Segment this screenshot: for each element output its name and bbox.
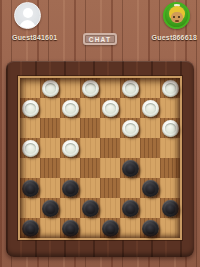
checker-piece-dark[interactable] xyxy=(42,200,59,217)
checker-piece-dark[interactable] xyxy=(82,200,99,217)
person-silhouette-icon xyxy=(23,8,33,18)
board-square xyxy=(20,118,40,138)
app-root: Guest841601 CHAT Guest866618 xyxy=(0,0,200,267)
board-square xyxy=(80,98,100,118)
board-square xyxy=(120,218,140,238)
checker-piece-dark[interactable] xyxy=(22,180,39,197)
board-square xyxy=(60,78,80,98)
board-square[interactable] xyxy=(140,98,160,118)
board-square xyxy=(100,78,120,98)
board-square[interactable] xyxy=(40,198,60,218)
player-right-avatar[interactable] xyxy=(163,2,190,29)
board-square xyxy=(60,158,80,178)
board-square[interactable] xyxy=(120,118,140,138)
board-square[interactable] xyxy=(100,138,120,158)
board-square xyxy=(100,158,120,178)
board-square[interactable] xyxy=(100,178,120,198)
checker-piece-dark[interactable] xyxy=(122,200,139,217)
checker-piece-dark[interactable] xyxy=(102,220,119,237)
checker-piece-white[interactable] xyxy=(162,80,179,97)
checker-piece-white[interactable] xyxy=(82,80,99,97)
board-square[interactable] xyxy=(60,178,80,198)
board-square[interactable] xyxy=(20,138,40,158)
avatar-eye-left xyxy=(173,16,175,18)
board-square xyxy=(160,178,180,198)
board-square[interactable] xyxy=(100,98,120,118)
board-grid xyxy=(20,78,180,238)
board-square xyxy=(20,78,40,98)
board-square xyxy=(20,158,40,178)
board-square[interactable] xyxy=(80,118,100,138)
board-square xyxy=(160,138,180,158)
board-square xyxy=(140,158,160,178)
avatar-face xyxy=(171,12,183,23)
checker-piece-white[interactable] xyxy=(102,100,119,117)
chat-button[interactable]: CHAT xyxy=(83,33,117,45)
board-square[interactable] xyxy=(120,158,140,178)
board-square xyxy=(40,98,60,118)
board-square xyxy=(80,218,100,238)
board-square[interactable] xyxy=(140,138,160,158)
board-square xyxy=(80,178,100,198)
checker-piece-dark[interactable] xyxy=(162,200,179,217)
board-square[interactable] xyxy=(120,78,140,98)
checker-piece-dark[interactable] xyxy=(62,220,79,237)
board-square xyxy=(100,118,120,138)
board-square[interactable] xyxy=(40,118,60,138)
board-square xyxy=(120,178,140,198)
board-square xyxy=(140,78,160,98)
checker-piece-dark[interactable] xyxy=(122,160,139,177)
board-square[interactable] xyxy=(80,198,100,218)
board-square[interactable] xyxy=(160,118,180,138)
board-square[interactable] xyxy=(20,178,40,198)
board-square[interactable] xyxy=(160,158,180,178)
board-square xyxy=(40,218,60,238)
player-right-name: Guest866618 xyxy=(152,34,197,41)
person-silhouette-body xyxy=(19,20,36,29)
board-frame xyxy=(6,61,194,257)
checker-piece-white[interactable] xyxy=(42,80,59,97)
board-square[interactable] xyxy=(80,158,100,178)
board-square[interactable] xyxy=(60,138,80,158)
board-square[interactable] xyxy=(160,78,180,98)
board-square[interactable] xyxy=(160,198,180,218)
board-square[interactable] xyxy=(80,78,100,98)
board-square[interactable] xyxy=(40,158,60,178)
checker-piece-white[interactable] xyxy=(122,120,139,137)
board-square xyxy=(160,98,180,118)
board-square[interactable] xyxy=(60,98,80,118)
avatar-mouth xyxy=(175,20,179,22)
board-square xyxy=(40,178,60,198)
board-square[interactable] xyxy=(20,218,40,238)
board-square xyxy=(80,138,100,158)
board-square xyxy=(60,118,80,138)
board-square[interactable] xyxy=(120,198,140,218)
board-square[interactable] xyxy=(20,98,40,118)
board-square[interactable] xyxy=(140,178,160,198)
board-square xyxy=(120,98,140,118)
board-square[interactable] xyxy=(60,218,80,238)
player-left-name: Guest841601 xyxy=(12,34,57,41)
checker-piece-dark[interactable] xyxy=(142,220,159,237)
board-square xyxy=(160,218,180,238)
board-square xyxy=(40,138,60,158)
checker-piece-dark[interactable] xyxy=(62,180,79,197)
checker-piece-dark[interactable] xyxy=(22,220,39,237)
board-play-area xyxy=(20,78,180,238)
avatar-eye-right xyxy=(178,16,180,18)
checker-piece-white[interactable] xyxy=(62,100,79,117)
checker-piece-white[interactable] xyxy=(142,100,159,117)
board-square[interactable] xyxy=(140,218,160,238)
checker-piece-white[interactable] xyxy=(62,140,79,157)
board-square[interactable] xyxy=(100,218,120,238)
board-square xyxy=(140,118,160,138)
checker-piece-white[interactable] xyxy=(162,120,179,137)
player-left-avatar[interactable] xyxy=(14,2,41,29)
board-square xyxy=(60,198,80,218)
board-square xyxy=(20,198,40,218)
board-square xyxy=(120,138,140,158)
board-square xyxy=(100,198,120,218)
top-bar: Guest841601 CHAT Guest866618 xyxy=(0,0,200,48)
board-square xyxy=(140,198,160,218)
checker-piece-dark[interactable] xyxy=(142,180,159,197)
checker-piece-white[interactable] xyxy=(22,140,39,157)
checker-piece-white[interactable] xyxy=(22,100,39,117)
board-square[interactable] xyxy=(40,78,60,98)
checker-piece-white[interactable] xyxy=(122,80,139,97)
